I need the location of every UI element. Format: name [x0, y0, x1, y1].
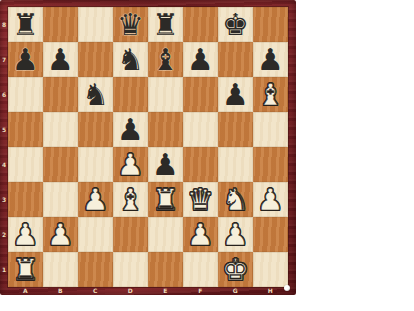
square-a7[interactable]: ♟	[8, 42, 43, 77]
rank-label-6: 6	[0, 77, 8, 112]
piece-white-rook[interactable]: ♜	[148, 182, 183, 217]
square-a5[interactable]	[8, 112, 43, 147]
square-c3[interactable]: ♟	[78, 182, 113, 217]
piece-black-bishop[interactable]: ♝	[148, 42, 183, 77]
square-c1[interactable]	[78, 252, 113, 287]
piece-black-knight[interactable]: ♞	[78, 77, 113, 112]
piece-white-bishop[interactable]: ♝	[113, 182, 148, 217]
square-b7[interactable]: ♟	[43, 42, 78, 77]
piece-white-pawn[interactable]: ♟	[78, 182, 113, 217]
piece-black-knight[interactable]: ♞	[113, 42, 148, 77]
square-g8[interactable]: ♚	[218, 7, 253, 42]
file-label-h: H	[253, 285, 288, 295]
square-h8[interactable]	[253, 7, 288, 42]
square-d5[interactable]: ♟	[113, 112, 148, 147]
rank-label-3: 3	[0, 182, 8, 217]
square-e6[interactable]	[148, 77, 183, 112]
square-h6[interactable]: ♝	[253, 77, 288, 112]
square-d6[interactable]	[113, 77, 148, 112]
file-label-b: B	[43, 285, 78, 295]
file-label-a: A	[8, 285, 43, 295]
rank-label-8: 8	[0, 7, 8, 42]
square-g7[interactable]	[218, 42, 253, 77]
chess-board-frame: 87654321 ♜♛♜♚♟♟♞♝♟♟♞♟♝♟♟♟♟♝♜♛♞♟♟♟♟♟♜♚ AB…	[0, 0, 296, 295]
piece-black-king[interactable]: ♚	[218, 7, 253, 42]
square-b2[interactable]: ♟	[43, 217, 78, 252]
square-g2[interactable]: ♟	[218, 217, 253, 252]
square-b4[interactable]	[43, 147, 78, 182]
square-c6[interactable]: ♞	[78, 77, 113, 112]
board-squares: ♜♛♜♚♟♟♞♝♟♟♞♟♝♟♟♟♟♝♜♛♞♟♟♟♟♟♜♚	[8, 7, 288, 287]
page-canvas: 87654321 ♜♛♜♚♟♟♞♝♟♟♞♟♝♟♟♟♟♝♜♛♞♟♟♟♟♟♜♚ AB…	[0, 0, 414, 311]
file-labels: ABCDEFGH	[8, 285, 288, 295]
square-a3[interactable]	[8, 182, 43, 217]
piece-white-pawn[interactable]: ♟	[218, 217, 253, 252]
square-b1[interactable]	[43, 252, 78, 287]
square-c7[interactable]	[78, 42, 113, 77]
square-h1[interactable]	[253, 252, 288, 287]
square-f2[interactable]: ♟	[183, 217, 218, 252]
square-g5[interactable]	[218, 112, 253, 147]
square-c2[interactable]	[78, 217, 113, 252]
square-h4[interactable]	[253, 147, 288, 182]
piece-white-rook[interactable]: ♜	[8, 252, 43, 287]
piece-white-pawn[interactable]: ♟	[253, 182, 288, 217]
square-d1[interactable]	[113, 252, 148, 287]
square-c8[interactable]	[78, 7, 113, 42]
square-b6[interactable]	[43, 77, 78, 112]
piece-white-pawn[interactable]: ♟	[183, 217, 218, 252]
square-b5[interactable]	[43, 112, 78, 147]
square-h2[interactable]	[253, 217, 288, 252]
square-c5[interactable]	[78, 112, 113, 147]
rank-label-4: 4	[0, 147, 8, 182]
file-label-d: D	[113, 285, 148, 295]
square-h3[interactable]: ♟	[253, 182, 288, 217]
square-a6[interactable]	[8, 77, 43, 112]
square-g6[interactable]: ♟	[218, 77, 253, 112]
piece-white-queen[interactable]: ♛	[183, 182, 218, 217]
piece-black-pawn[interactable]: ♟	[43, 42, 78, 77]
file-label-f: F	[183, 285, 218, 295]
square-f1[interactable]	[183, 252, 218, 287]
file-label-c: C	[78, 285, 113, 295]
piece-black-queen[interactable]: ♛	[113, 7, 148, 42]
piece-black-pawn[interactable]: ♟	[148, 147, 183, 182]
square-f8[interactable]	[183, 7, 218, 42]
rank-labels: 87654321	[0, 7, 8, 287]
piece-black-pawn[interactable]: ♟	[183, 42, 218, 77]
square-b8[interactable]	[43, 7, 78, 42]
square-f3[interactable]: ♛	[183, 182, 218, 217]
file-label-e: E	[148, 285, 183, 295]
piece-black-rook[interactable]: ♜	[8, 7, 43, 42]
square-h5[interactable]	[253, 112, 288, 147]
piece-black-pawn[interactable]: ♟	[113, 112, 148, 147]
square-f7[interactable]: ♟	[183, 42, 218, 77]
square-g4[interactable]	[218, 147, 253, 182]
square-a2[interactable]: ♟	[8, 217, 43, 252]
square-c4[interactable]	[78, 147, 113, 182]
piece-white-bishop[interactable]: ♝	[253, 77, 288, 112]
square-f4[interactable]	[183, 147, 218, 182]
square-e2[interactable]	[148, 217, 183, 252]
piece-white-knight[interactable]: ♞	[218, 182, 253, 217]
piece-black-pawn[interactable]: ♟	[218, 77, 253, 112]
square-a1[interactable]: ♜	[8, 252, 43, 287]
square-g3[interactable]: ♞	[218, 182, 253, 217]
square-e8[interactable]: ♜	[148, 7, 183, 42]
square-f6[interactable]	[183, 77, 218, 112]
square-d3[interactable]: ♝	[113, 182, 148, 217]
square-a8[interactable]: ♜	[8, 7, 43, 42]
piece-black-pawn[interactable]: ♟	[253, 42, 288, 77]
piece-white-pawn[interactable]: ♟	[8, 217, 43, 252]
rank-label-2: 2	[0, 217, 8, 252]
square-d8[interactable]: ♛	[113, 7, 148, 42]
square-e3[interactable]: ♜	[148, 182, 183, 217]
piece-black-pawn[interactable]: ♟	[8, 42, 43, 77]
square-e4[interactable]: ♟	[148, 147, 183, 182]
rank-label-7: 7	[0, 42, 8, 77]
piece-white-pawn[interactable]: ♟	[43, 217, 78, 252]
square-d7[interactable]: ♞	[113, 42, 148, 77]
square-e1[interactable]	[148, 252, 183, 287]
square-d4[interactable]: ♟	[113, 147, 148, 182]
rank-label-1: 1	[0, 252, 8, 287]
rank-label-5: 5	[0, 112, 8, 147]
piece-white-pawn[interactable]: ♟	[113, 147, 148, 182]
square-h7[interactable]: ♟	[253, 42, 288, 77]
square-g1[interactable]: ♚	[218, 252, 253, 287]
piece-white-king[interactable]: ♚	[218, 252, 253, 287]
square-e5[interactable]	[148, 112, 183, 147]
square-f5[interactable]	[183, 112, 218, 147]
piece-black-rook[interactable]: ♜	[148, 7, 183, 42]
side-to-move-indicator	[284, 285, 290, 291]
file-label-g: G	[218, 285, 253, 295]
square-b3[interactable]	[43, 182, 78, 217]
square-a4[interactable]	[8, 147, 43, 182]
square-d2[interactable]	[113, 217, 148, 252]
square-e7[interactable]: ♝	[148, 42, 183, 77]
